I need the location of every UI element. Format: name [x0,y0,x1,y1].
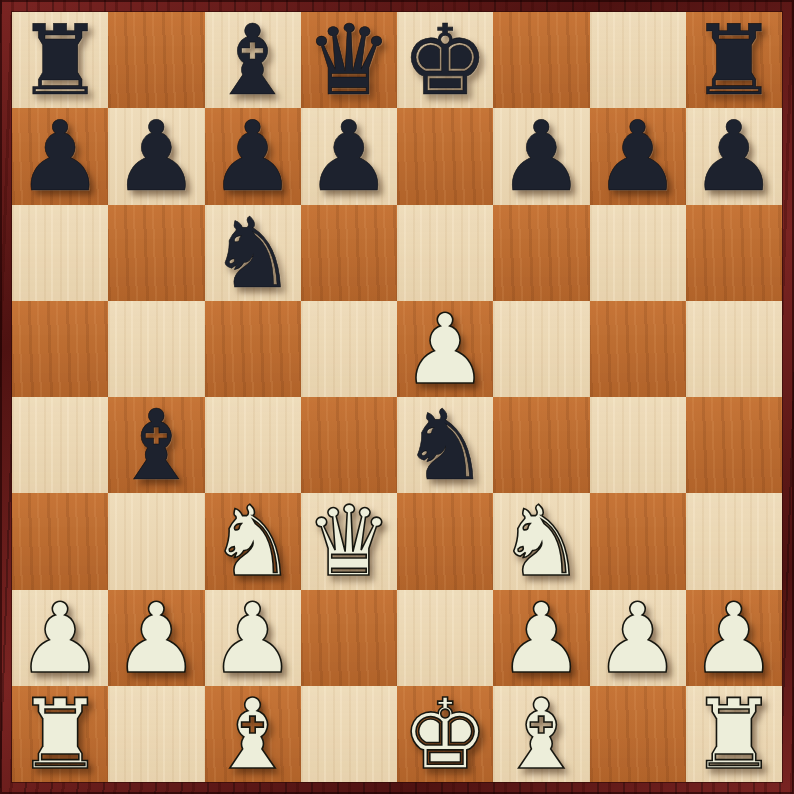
square-b6[interactable] [108,205,204,301]
square-f5[interactable] [493,301,589,397]
square-e1[interactable]: ♚ [397,686,493,782]
square-e3[interactable] [397,493,493,589]
square-g3[interactable] [590,493,686,589]
white-pawn-h2[interactable]: ♟ [690,591,777,687]
white-queen-d3[interactable]: ♛ [305,494,392,590]
square-c2[interactable]: ♟ [205,590,301,686]
white-pawn-b2[interactable]: ♟ [113,591,200,687]
square-d2[interactable] [301,590,397,686]
square-b2[interactable]: ♟ [108,590,204,686]
black-pawn-g7[interactable]: ♟ [594,109,681,205]
black-pawn-h7[interactable]: ♟ [690,109,777,205]
black-king-e8[interactable]: ♚ [402,13,489,109]
square-e4[interactable]: ♞ [397,397,493,493]
white-rook-h1[interactable]: ♜ [690,687,777,783]
square-f6[interactable] [493,205,589,301]
white-bishop-f1[interactable]: ♝ [498,687,585,783]
square-g1[interactable] [590,686,686,782]
square-f8[interactable] [493,12,589,108]
board-frame: ♜♝♛♚♜♟♟♟♟♟♟♟♞♟♝♞♞♛♞♟♟♟♟♟♟♜♝♚♝♜ [0,0,794,794]
square-g7[interactable]: ♟ [590,108,686,204]
square-a7[interactable]: ♟ [12,108,108,204]
square-a3[interactable] [12,493,108,589]
black-pawn-c7[interactable]: ♟ [209,109,296,205]
square-f1[interactable]: ♝ [493,686,589,782]
white-knight-c3[interactable]: ♞ [209,494,296,590]
square-a6[interactable] [12,205,108,301]
square-e5[interactable]: ♟ [397,301,493,397]
white-knight-f3[interactable]: ♞ [498,494,585,590]
black-pawn-b7[interactable]: ♟ [113,109,200,205]
black-pawn-d7[interactable]: ♟ [305,109,392,205]
black-queen-d8[interactable]: ♛ [305,13,392,109]
square-c8[interactable]: ♝ [205,12,301,108]
square-a8[interactable]: ♜ [12,12,108,108]
white-pawn-f2[interactable]: ♟ [498,591,585,687]
square-g6[interactable] [590,205,686,301]
square-a2[interactable]: ♟ [12,590,108,686]
square-e6[interactable] [397,205,493,301]
black-pawn-f7[interactable]: ♟ [498,109,585,205]
black-knight-e4[interactable]: ♞ [402,398,489,494]
square-e2[interactable] [397,590,493,686]
square-d5[interactable] [301,301,397,397]
square-a1[interactable]: ♜ [12,686,108,782]
black-pawn-a7[interactable]: ♟ [17,109,104,205]
square-a4[interactable] [12,397,108,493]
square-b7[interactable]: ♟ [108,108,204,204]
square-h7[interactable]: ♟ [686,108,782,204]
black-rook-h8[interactable]: ♜ [690,13,777,109]
black-bishop-c8[interactable]: ♝ [209,13,296,109]
square-b1[interactable] [108,686,204,782]
black-bishop-b4[interactable]: ♝ [113,398,200,494]
square-f4[interactable] [493,397,589,493]
square-d8[interactable]: ♛ [301,12,397,108]
square-h5[interactable] [686,301,782,397]
square-d1[interactable] [301,686,397,782]
square-e7[interactable] [397,108,493,204]
white-pawn-c2[interactable]: ♟ [209,591,296,687]
square-e8[interactable]: ♚ [397,12,493,108]
square-h6[interactable] [686,205,782,301]
chess-board: ♜♝♛♚♜♟♟♟♟♟♟♟♞♟♝♞♞♛♞♟♟♟♟♟♟♜♝♚♝♜ [12,12,782,782]
square-c4[interactable] [205,397,301,493]
black-knight-c6[interactable]: ♞ [209,206,296,302]
square-c1[interactable]: ♝ [205,686,301,782]
white-pawn-g2[interactable]: ♟ [594,591,681,687]
square-d7[interactable]: ♟ [301,108,397,204]
square-c7[interactable]: ♟ [205,108,301,204]
square-d3[interactable]: ♛ [301,493,397,589]
square-f3[interactable]: ♞ [493,493,589,589]
white-bishop-c1[interactable]: ♝ [209,687,296,783]
square-b8[interactable] [108,12,204,108]
square-h3[interactable] [686,493,782,589]
square-g8[interactable] [590,12,686,108]
square-a5[interactable] [12,301,108,397]
square-d4[interactable] [301,397,397,493]
square-h8[interactable]: ♜ [686,12,782,108]
square-h1[interactable]: ♜ [686,686,782,782]
square-g2[interactable]: ♟ [590,590,686,686]
square-g4[interactable] [590,397,686,493]
white-king-e1[interactable]: ♚ [402,687,489,783]
square-b4[interactable]: ♝ [108,397,204,493]
square-c5[interactable] [205,301,301,397]
square-h4[interactable] [686,397,782,493]
square-c3[interactable]: ♞ [205,493,301,589]
square-h2[interactable]: ♟ [686,590,782,686]
white-pawn-e5[interactable]: ♟ [402,302,489,398]
white-pawn-a2[interactable]: ♟ [17,591,104,687]
square-b5[interactable] [108,301,204,397]
square-d6[interactable] [301,205,397,301]
square-g5[interactable] [590,301,686,397]
square-b3[interactable] [108,493,204,589]
square-f2[interactable]: ♟ [493,590,589,686]
square-f7[interactable]: ♟ [493,108,589,204]
black-rook-a8[interactable]: ♜ [17,13,104,109]
white-rook-a1[interactable]: ♜ [17,687,104,783]
square-c6[interactable]: ♞ [205,205,301,301]
